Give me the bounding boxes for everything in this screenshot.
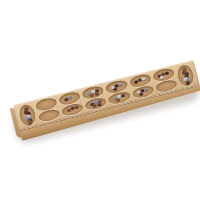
- store-left: [17, 103, 37, 127]
- seed: [144, 88, 149, 92]
- seed: [134, 79, 139, 83]
- seed: [160, 75, 165, 79]
- seed: [89, 93, 94, 97]
- seed: [64, 97, 69, 101]
- product-photo: [0, 0, 200, 200]
- seed: [92, 104, 97, 108]
- seed: [141, 77, 146, 81]
- seed: [94, 91, 99, 95]
- seed: [97, 103, 102, 107]
- mancala-board: [13, 60, 200, 141]
- seed: [113, 87, 118, 91]
- seed: [165, 71, 170, 75]
- seed: [185, 81, 190, 85]
- seed: [74, 105, 79, 109]
- seed: [66, 108, 71, 112]
- seed: [118, 82, 123, 86]
- seed: [27, 121, 32, 125]
- seed: [121, 94, 126, 98]
- seed: [116, 98, 121, 102]
- store-right: [176, 63, 196, 87]
- seed: [139, 92, 144, 96]
